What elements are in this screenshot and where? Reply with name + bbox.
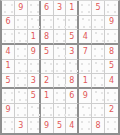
cell-r2c5[interactable] <box>54 16 67 31</box>
given-digit: 9 <box>5 106 10 114</box>
cell-r6c4[interactable]: 2 <box>41 74 54 89</box>
given-digit: 9 <box>109 18 114 26</box>
given-digit: 1 <box>44 92 49 100</box>
cell-r8c3[interactable] <box>28 104 41 119</box>
cell-r6c9[interactable]: 4 <box>105 74 118 89</box>
cell-r2c9[interactable]: 9 <box>105 16 118 31</box>
cell-r4c7[interactable]: 7 <box>79 45 92 60</box>
given-digit: 1 <box>69 4 74 12</box>
cell-r1c8[interactable]: 5 <box>92 1 105 16</box>
cell-r3c8[interactable] <box>92 30 105 45</box>
cell-r6c3[interactable]: 3 <box>28 74 41 89</box>
cell-r1c1[interactable] <box>2 1 15 16</box>
given-digit: 1 <box>5 62 10 70</box>
cell-r8c9[interactable]: 2 <box>105 104 118 119</box>
cell-r1c6[interactable]: 1 <box>66 1 79 16</box>
given-digit: 5 <box>44 48 49 56</box>
cell-r5c2[interactable] <box>15 60 28 75</box>
cell-r1c7[interactable] <box>79 1 92 16</box>
sudoku-board: 963156918544953781553281451699239548 <box>0 0 120 135</box>
cell-r2c7[interactable] <box>79 16 92 31</box>
cell-r4c2[interactable] <box>15 45 28 60</box>
cell-r8c2[interactable] <box>15 104 28 119</box>
cell-r1c9[interactable] <box>105 1 118 16</box>
cell-r4c3[interactable]: 9 <box>28 45 41 60</box>
given-digit: 3 <box>57 4 62 12</box>
cell-r9c9[interactable] <box>105 118 118 133</box>
cell-r2c6[interactable] <box>66 16 79 31</box>
given-digit: 2 <box>109 106 114 114</box>
cell-r4c5[interactable] <box>54 45 67 60</box>
cell-r9c8[interactable]: 8 <box>92 118 105 133</box>
cell-r5c5[interactable] <box>54 60 67 75</box>
cell-r5c3[interactable] <box>28 60 41 75</box>
given-digit: 6 <box>5 18 10 26</box>
given-digit: 5 <box>69 33 74 41</box>
cell-r5c1[interactable]: 1 <box>2 60 15 75</box>
cell-r7c8[interactable] <box>92 89 105 104</box>
given-digit: 9 <box>18 4 23 12</box>
cell-r8c4[interactable] <box>41 104 54 119</box>
cell-r5c9[interactable]: 5 <box>105 60 118 75</box>
cell-r7c5[interactable] <box>54 89 67 104</box>
cell-r9c7[interactable] <box>79 118 92 133</box>
cell-r1c5[interactable]: 3 <box>54 1 67 16</box>
cell-r7c3[interactable]: 5 <box>28 89 41 104</box>
cell-r3c6[interactable]: 5 <box>66 30 79 45</box>
cell-r3c1[interactable] <box>2 30 15 45</box>
cell-r9c4[interactable]: 9 <box>41 118 54 133</box>
cell-r9c6[interactable]: 4 <box>66 118 79 133</box>
given-digit: 8 <box>69 77 74 85</box>
given-digit: 5 <box>109 62 114 70</box>
given-digit: 3 <box>69 48 74 56</box>
given-digit: 9 <box>44 122 49 130</box>
cell-r6c6[interactable]: 8 <box>66 74 79 89</box>
cell-r6c7[interactable]: 1 <box>79 74 92 89</box>
given-digit: 7 <box>83 48 88 56</box>
cell-r7c4[interactable]: 1 <box>41 89 54 104</box>
cell-r7c6[interactable]: 6 <box>66 89 79 104</box>
cell-r9c1[interactable] <box>2 118 15 133</box>
sudoku-app: 963156918544953781553281451699239548 <box>0 0 120 135</box>
cell-r6c8[interactable] <box>92 74 105 89</box>
given-digit: 8 <box>109 48 114 56</box>
given-digit: 8 <box>44 33 49 41</box>
cell-r8c7[interactable] <box>79 104 92 119</box>
cell-r6c1[interactable]: 5 <box>2 74 15 89</box>
cell-r7c1[interactable] <box>2 89 15 104</box>
cell-r2c8[interactable] <box>92 16 105 31</box>
cell-r7c7[interactable]: 9 <box>79 89 92 104</box>
given-digit: 6 <box>44 4 49 12</box>
cell-r8c8[interactable] <box>92 104 105 119</box>
given-digit: 5 <box>57 122 62 130</box>
cell-r1c2[interactable]: 9 <box>15 1 28 16</box>
cell-r2c2[interactable] <box>15 16 28 31</box>
given-digit: 9 <box>31 48 36 56</box>
cell-r3c3[interactable]: 1 <box>28 30 41 45</box>
cell-r4c1[interactable]: 4 <box>2 45 15 60</box>
cell-r5c8[interactable] <box>92 60 105 75</box>
cell-r3c7[interactable]: 4 <box>79 30 92 45</box>
cell-r3c9[interactable] <box>105 30 118 45</box>
cell-r5c6[interactable] <box>66 60 79 75</box>
cell-r1c4[interactable]: 6 <box>41 1 54 16</box>
given-digit: 3 <box>18 122 23 130</box>
cell-r4c6[interactable]: 3 <box>66 45 79 60</box>
given-digit: 2 <box>44 77 49 85</box>
given-digit: 4 <box>69 122 74 130</box>
cell-r7c9[interactable] <box>105 89 118 104</box>
cell-r4c8[interactable] <box>92 45 105 60</box>
given-digit: 3 <box>31 77 36 85</box>
cell-r9c2[interactable]: 3 <box>15 118 28 133</box>
given-digit: 5 <box>96 4 101 12</box>
cell-r2c4[interactable] <box>41 16 54 31</box>
given-digit: 1 <box>31 33 36 41</box>
cell-r8c1[interactable]: 9 <box>2 104 15 119</box>
cell-r5c7[interactable] <box>79 60 92 75</box>
cell-r4c9[interactable]: 8 <box>105 45 118 60</box>
given-digit: 4 <box>83 33 88 41</box>
cell-r6c2[interactable] <box>15 74 28 89</box>
given-digit: 1 <box>83 77 88 85</box>
cell-r6c5[interactable] <box>54 74 67 89</box>
cell-r3c4[interactable]: 8 <box>41 30 54 45</box>
given-digit: 5 <box>5 77 10 85</box>
cell-r8c5[interactable] <box>54 104 67 119</box>
given-digit: 9 <box>83 92 88 100</box>
given-digit: 8 <box>96 122 101 130</box>
cell-r9c3[interactable] <box>28 118 41 133</box>
given-digit: 4 <box>109 77 114 85</box>
cell-r4c4[interactable]: 5 <box>41 45 54 60</box>
cell-r5c4[interactable] <box>41 60 54 75</box>
cell-r3c2[interactable] <box>15 30 28 45</box>
given-digit: 6 <box>69 92 74 100</box>
cell-r3c5[interactable] <box>54 30 67 45</box>
cell-r7c2[interactable] <box>15 89 28 104</box>
cell-r1c3[interactable] <box>28 1 41 16</box>
cell-r2c1[interactable]: 6 <box>2 16 15 31</box>
cell-r2c3[interactable] <box>28 16 41 31</box>
given-digit: 4 <box>5 48 10 56</box>
cell-r8c6[interactable] <box>66 104 79 119</box>
cell-r9c5[interactable]: 5 <box>54 118 67 133</box>
given-digit: 5 <box>31 92 36 100</box>
